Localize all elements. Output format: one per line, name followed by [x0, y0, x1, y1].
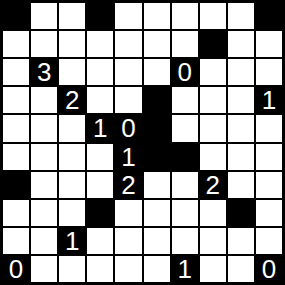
- cell-r2c4[interactable]: [115, 59, 141, 85]
- cell-r8c2: 1: [59, 228, 85, 254]
- cell-r9c3[interactable]: [87, 256, 113, 282]
- cell-r1c2[interactable]: [59, 31, 85, 57]
- cell-r7c9[interactable]: [256, 200, 282, 226]
- cell-r4c8[interactable]: [228, 115, 254, 141]
- cell-r9c1[interactable]: [31, 256, 57, 282]
- cell-r8c5[interactable]: [144, 228, 170, 254]
- cell-r0c1[interactable]: [31, 3, 57, 29]
- cell-r4c0[interactable]: [3, 115, 29, 141]
- cell-r7c6[interactable]: [172, 200, 198, 226]
- cell-r9c9: 0: [256, 256, 282, 282]
- cell-r7c3: [87, 200, 113, 226]
- cell-r7c0[interactable]: [3, 200, 29, 226]
- cell-r6c3[interactable]: [87, 172, 113, 198]
- cell-r5c4: 1: [115, 144, 141, 170]
- cell-r9c0: 0: [3, 256, 29, 282]
- cell-r6c9[interactable]: [256, 172, 282, 198]
- clue-digit: 0: [262, 256, 276, 282]
- clue-digit: 1: [262, 87, 276, 113]
- cell-r3c0[interactable]: [3, 87, 29, 113]
- clue-digit: 0: [9, 256, 23, 282]
- clue-digit: 0: [177, 59, 191, 85]
- cell-r7c7[interactable]: [200, 200, 226, 226]
- cell-r0c6[interactable]: [172, 3, 198, 29]
- clue-digit: 1: [177, 256, 191, 282]
- cell-r4c5: [144, 115, 170, 141]
- cell-r0c3: [87, 3, 113, 29]
- akari-board: 3021101221010: [0, 0, 285, 285]
- cell-r6c0: [3, 172, 29, 198]
- cell-r7c5[interactable]: [144, 200, 170, 226]
- cell-r1c7: [200, 31, 226, 57]
- cell-r1c9[interactable]: [256, 31, 282, 57]
- cell-r8c8[interactable]: [228, 228, 254, 254]
- cell-r9c5[interactable]: [144, 256, 170, 282]
- cell-r2c3[interactable]: [87, 59, 113, 85]
- cell-r0c9: [256, 3, 282, 29]
- cell-r4c2[interactable]: [59, 115, 85, 141]
- cell-r5c2[interactable]: [59, 144, 85, 170]
- cell-r5c9[interactable]: [256, 144, 282, 170]
- cell-r0c7[interactable]: [200, 3, 226, 29]
- cell-r0c8[interactable]: [228, 3, 254, 29]
- cell-r3c7[interactable]: [200, 87, 226, 113]
- cell-r6c1[interactable]: [31, 172, 57, 198]
- cell-r7c1[interactable]: [31, 200, 57, 226]
- cell-r7c2[interactable]: [59, 200, 85, 226]
- cell-r6c8[interactable]: [228, 172, 254, 198]
- cell-r5c6: [172, 144, 198, 170]
- cell-r2c1: 3: [31, 59, 57, 85]
- cell-r1c0[interactable]: [3, 31, 29, 57]
- cell-r8c9[interactable]: [256, 228, 282, 254]
- cell-r1c3[interactable]: [87, 31, 113, 57]
- cell-r7c4[interactable]: [115, 200, 141, 226]
- cell-r0c0: [3, 3, 29, 29]
- cell-r5c8[interactable]: [228, 144, 254, 170]
- cell-r4c9[interactable]: [256, 115, 282, 141]
- cell-r7c8: [228, 200, 254, 226]
- cell-r3c6[interactable]: [172, 87, 198, 113]
- cell-r5c0[interactable]: [3, 144, 29, 170]
- clue-digit: 2: [121, 172, 135, 198]
- cell-r4c4: 0: [115, 115, 141, 141]
- cell-r2c8[interactable]: [228, 59, 254, 85]
- cell-r8c1[interactable]: [31, 228, 57, 254]
- cell-r2c9[interactable]: [256, 59, 282, 85]
- clue-digit: 2: [65, 87, 79, 113]
- cell-r9c4[interactable]: [115, 256, 141, 282]
- cell-r8c6[interactable]: [172, 228, 198, 254]
- cell-r1c8[interactable]: [228, 31, 254, 57]
- cell-r2c5[interactable]: [144, 59, 170, 85]
- cell-r4c1[interactable]: [31, 115, 57, 141]
- cell-r6c6[interactable]: [172, 172, 198, 198]
- cell-r3c4[interactable]: [115, 87, 141, 113]
- cell-r4c6[interactable]: [172, 115, 198, 141]
- cell-r1c5[interactable]: [144, 31, 170, 57]
- cell-r2c0[interactable]: [3, 59, 29, 85]
- cell-r3c1[interactable]: [31, 87, 57, 113]
- cell-r1c4[interactable]: [115, 31, 141, 57]
- clue-digit: 1: [121, 144, 135, 170]
- cell-r3c2: 2: [59, 87, 85, 113]
- cell-r6c4: 2: [115, 172, 141, 198]
- cell-r2c2[interactable]: [59, 59, 85, 85]
- cell-r5c3[interactable]: [87, 144, 113, 170]
- cell-r6c2[interactable]: [59, 172, 85, 198]
- cell-r1c1[interactable]: [31, 31, 57, 57]
- cell-r8c0[interactable]: [3, 228, 29, 254]
- cell-r9c7[interactable]: [200, 256, 226, 282]
- cell-r9c6: 1: [172, 256, 198, 282]
- clue-digit: 1: [65, 228, 79, 254]
- cell-r9c8[interactable]: [228, 256, 254, 282]
- cell-r6c7: 2: [200, 172, 226, 198]
- cell-r2c7[interactable]: [200, 59, 226, 85]
- cell-r3c9: 1: [256, 87, 282, 113]
- cell-r9c2[interactable]: [59, 256, 85, 282]
- cell-r3c8[interactable]: [228, 87, 254, 113]
- cell-r5c5: [144, 144, 170, 170]
- cell-r3c5: [144, 87, 170, 113]
- clue-digit: 1: [93, 115, 107, 141]
- clue-digit: 2: [206, 172, 220, 198]
- cell-r4c7[interactable]: [200, 115, 226, 141]
- cell-r5c7[interactable]: [200, 144, 226, 170]
- cell-r0c5[interactable]: [144, 3, 170, 29]
- clue-digit: 0: [121, 115, 135, 141]
- cell-r8c3[interactable]: [87, 228, 113, 254]
- clue-digit: 3: [37, 59, 51, 85]
- cell-r1c6[interactable]: [172, 31, 198, 57]
- cell-r0c2[interactable]: [59, 3, 85, 29]
- cell-r8c4[interactable]: [115, 228, 141, 254]
- cell-r3c3[interactable]: [87, 87, 113, 113]
- cell-r2c6: 0: [172, 59, 198, 85]
- cell-r6c5[interactable]: [144, 172, 170, 198]
- cell-r5c1[interactable]: [31, 144, 57, 170]
- cell-r8c7[interactable]: [200, 228, 226, 254]
- cell-r0c4[interactable]: [115, 3, 141, 29]
- cell-r4c3: 1: [87, 115, 113, 141]
